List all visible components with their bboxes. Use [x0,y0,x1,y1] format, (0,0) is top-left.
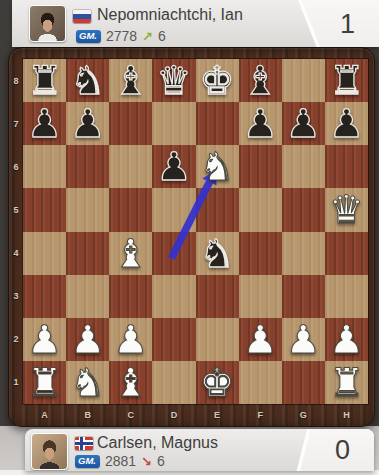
square-d4[interactable] [152,232,195,275]
rank-label-2: 2 [9,318,23,361]
square-a3[interactable] [23,275,66,318]
square-g8[interactable] [282,59,325,102]
square-c8[interactable]: ♝ [109,59,152,102]
square-c5[interactable] [109,188,152,231]
square-h3[interactable] [325,275,368,318]
player-avatar-bottom[interactable] [31,433,68,470]
square-c1[interactable]: ♝ [109,361,152,404]
square-f3[interactable] [239,275,282,318]
square-e2[interactable] [196,318,239,361]
bottom-player-rating: 2881 [105,453,136,469]
rank-label-8: 8 [9,59,23,102]
square-h5[interactable]: ♛ [325,188,368,231]
white-pawn[interactable]: ♟ [286,318,321,361]
square-c7[interactable] [109,102,152,145]
file-label-h: H [325,404,368,426]
square-b5[interactable] [66,188,109,231]
chess-board-frame: 87654321 ♜♞♝♛♚♝♜♟♟♟♟♟♟♞♛♝♞♟♟♟♟♟♟♜♞♝♚♜ AB… [8,47,375,427]
square-e1[interactable]: ♚ [196,361,239,404]
black-pawn[interactable]: ♟ [329,102,364,145]
black-pawn[interactable]: ♟ [286,102,321,145]
white-rook[interactable]: ♜ [329,361,364,404]
square-b7[interactable]: ♟ [66,102,109,145]
rank-label-5: 5 [9,188,23,231]
top-player-bar: Nepomniachtchi, Ian GM. 2778 ↗ 6 1 [12,0,379,47]
gm-badge-bottom: GM. [75,455,100,468]
square-d6[interactable]: ♟ [152,145,195,188]
black-bishop[interactable]: ♝ [113,59,148,102]
bottom-player-bar: Carlsen, Magnus GM. 2881 ↘ 6 0 [25,429,374,471]
square-h4[interactable] [325,232,368,275]
square-b4[interactable] [66,232,109,275]
black-rook[interactable]: ♜ [27,59,62,102]
square-c2[interactable]: ♟ [109,318,152,361]
square-a1[interactable]: ♜ [23,361,66,404]
square-b8[interactable]: ♞ [66,59,109,102]
bottom-player-name[interactable]: Carlsen, Magnus [97,434,218,452]
black-queen[interactable]: ♛ [156,59,191,102]
russia-flag-icon [73,10,91,23]
bottom-player-score: 0 [335,435,350,466]
board-squares[interactable]: ♜♞♝♛♚♝♜♟♟♟♟♟♟♞♛♝♞♟♟♟♟♟♟♜♞♝♚♜ [23,59,368,404]
square-g2[interactable]: ♟ [282,318,325,361]
square-e6[interactable]: ♞ [196,145,239,188]
white-pawn[interactable]: ♟ [27,318,62,361]
square-g5[interactable] [282,188,325,231]
square-a4[interactable] [23,232,66,275]
gm-badge-top: GM. [76,30,101,43]
square-a7[interactable]: ♟ [23,102,66,145]
rank-label-4: 4 [9,232,23,275]
norway-flag-icon [75,437,93,450]
rank-labels: 87654321 [9,59,23,404]
rank-label-7: 7 [9,102,23,145]
square-d1[interactable] [152,361,195,404]
rating-up-icon: ↗ [142,29,153,44]
square-a6[interactable] [23,145,66,188]
black-pawn[interactable]: ♟ [27,102,62,145]
file-labels: ABCDEFGH [23,404,368,426]
square-f6[interactable] [239,145,282,188]
square-a5[interactable] [23,188,66,231]
square-e7[interactable] [196,102,239,145]
square-h8[interactable]: ♜ [325,59,368,102]
file-label-f: F [239,404,282,426]
bottom-rating-change: 6 [157,453,165,469]
white-pawn[interactable]: ♟ [70,318,105,361]
black-knight[interactable]: ♞ [200,232,235,275]
white-knight[interactable]: ♞ [70,361,105,404]
square-e8[interactable]: ♚ [196,59,239,102]
white-bishop[interactable]: ♝ [113,232,148,275]
square-b3[interactable] [66,275,109,318]
black-pawn[interactable]: ♟ [70,102,105,145]
square-h2[interactable]: ♟ [325,318,368,361]
rank-label-3: 3 [9,275,23,318]
square-h7[interactable]: ♟ [325,102,368,145]
broadcast-panel: 87654321 ♜♞♝♛♚♝♜♟♟♟♟♟♟♞♛♝♞♟♟♟♟♟♟♜♞♝♚♜ AB… [0,0,379,475]
top-player-score: 1 [340,8,355,39]
square-d8[interactable]: ♛ [152,59,195,102]
square-f8[interactable]: ♝ [239,59,282,102]
file-label-g: G [282,404,325,426]
square-g1[interactable] [282,361,325,404]
square-c3[interactable] [109,275,152,318]
square-f7[interactable]: ♟ [239,102,282,145]
top-rating-change: 6 [158,28,166,44]
player-avatar-top[interactable] [29,5,66,42]
file-label-b: B [66,404,109,426]
rank-label-1: 1 [9,361,23,404]
square-d7[interactable] [152,102,195,145]
white-knight[interactable]: ♞ [200,145,235,188]
top-player-name[interactable]: Nepomniachtchi, Ian [97,6,243,24]
square-f5[interactable] [239,188,282,231]
square-c6[interactable] [109,145,152,188]
white-pawn[interactable]: ♟ [243,318,278,361]
square-f1[interactable] [239,361,282,404]
square-b2[interactable]: ♟ [66,318,109,361]
square-g7[interactable]: ♟ [282,102,325,145]
black-pawn[interactable]: ♟ [243,102,278,145]
file-label-c: C [109,404,152,426]
square-h6[interactable] [325,145,368,188]
rating-down-icon: ↘ [141,454,152,469]
black-knight[interactable]: ♞ [70,59,105,102]
white-rook[interactable]: ♜ [27,361,62,404]
square-g6[interactable] [282,145,325,188]
white-bishop[interactable]: ♝ [113,361,148,404]
white-pawn[interactable]: ♟ [113,318,148,361]
square-e4[interactable]: ♞ [196,232,239,275]
square-h1[interactable]: ♜ [325,361,368,404]
white-queen[interactable]: ♛ [329,188,364,231]
file-label-d: D [152,404,195,426]
black-bishop[interactable]: ♝ [243,59,278,102]
square-g3[interactable] [282,275,325,318]
square-a8[interactable]: ♜ [23,59,66,102]
square-d5[interactable] [152,188,195,231]
black-pawn[interactable]: ♟ [156,145,191,188]
top-player-rating: 2778 [106,28,137,44]
square-b1[interactable]: ♞ [66,361,109,404]
square-d3[interactable] [152,275,195,318]
white-pawn[interactable]: ♟ [329,318,364,361]
square-g4[interactable] [282,232,325,275]
white-king[interactable]: ♚ [200,361,235,404]
square-e5[interactable] [196,188,239,231]
square-b6[interactable] [66,145,109,188]
square-d2[interactable] [152,318,195,361]
square-c4[interactable]: ♝ [109,232,152,275]
black-rook[interactable]: ♜ [329,59,364,102]
file-label-e: E [196,404,239,426]
file-label-a: A [23,404,66,426]
square-f4[interactable] [239,232,282,275]
square-e3[interactable] [196,275,239,318]
square-f2[interactable]: ♟ [239,318,282,361]
rank-label-6: 6 [9,145,23,188]
black-king[interactable]: ♚ [200,59,235,102]
square-a2[interactable]: ♟ [23,318,66,361]
